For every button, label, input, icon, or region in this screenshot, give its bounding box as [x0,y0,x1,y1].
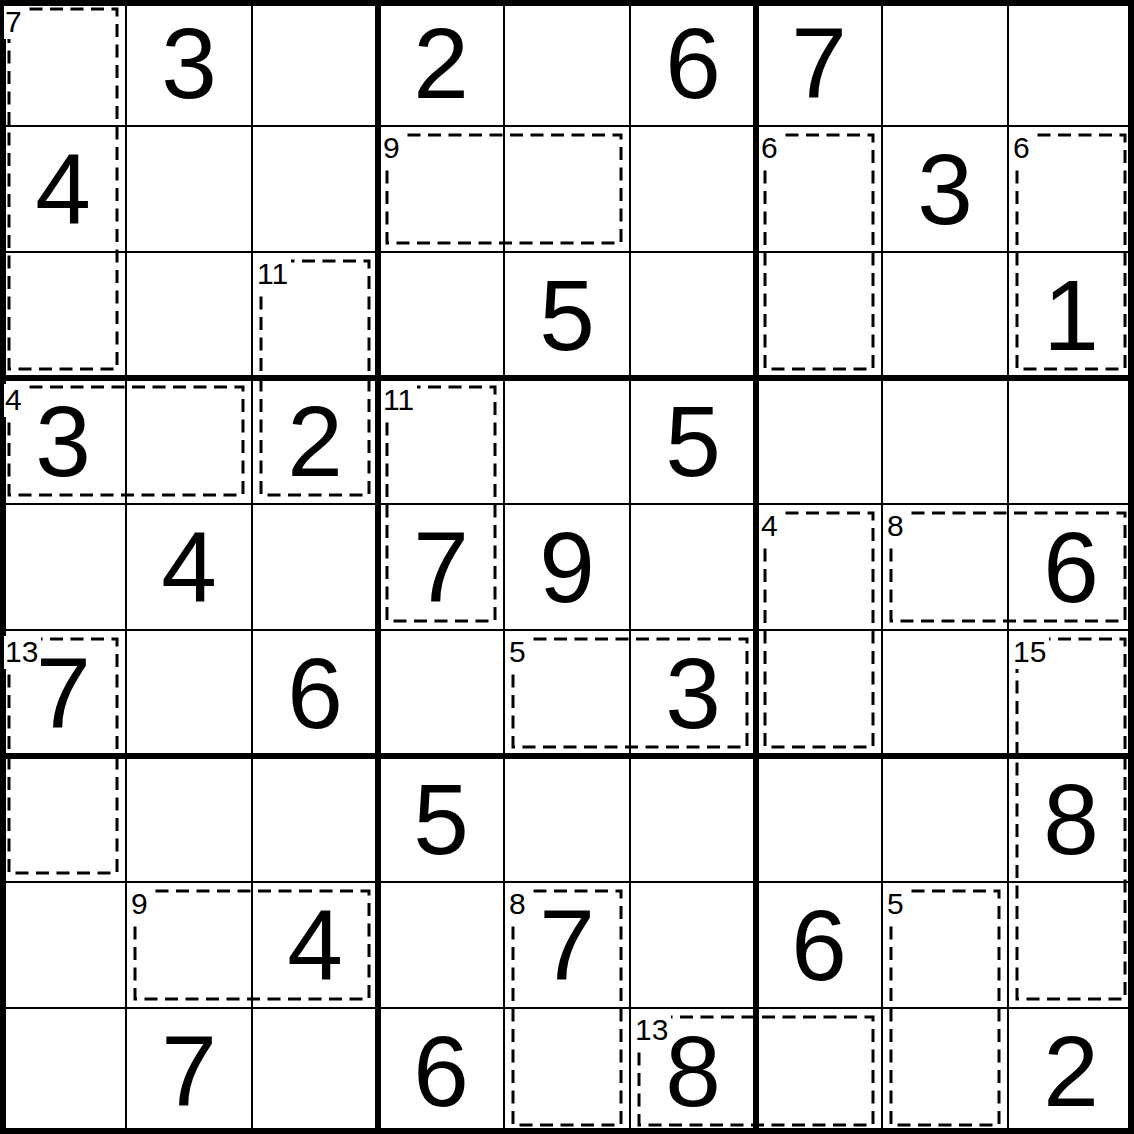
cell-r1c6[interactable]: 6 [630,0,756,126]
cage-sum-label: 7 [4,6,25,39]
cell-r3c2[interactable] [126,252,252,378]
cell-r2c3[interactable] [252,126,378,252]
cell-r6c3[interactable]: 6 [252,630,378,756]
cell-r4c7[interactable] [756,378,882,504]
cell-r3c8[interactable] [882,252,1008,378]
cell-r4c5[interactable] [504,378,630,504]
given-digit: 9 [539,517,595,617]
cell-r6c4[interactable] [378,630,504,756]
cell-r5c2[interactable]: 4 [126,504,252,630]
given-digit: 5 [539,265,595,365]
cell-r9c4[interactable]: 6 [378,1008,504,1134]
cell-r8c4[interactable] [378,882,504,1008]
given-digit: 4 [35,139,91,239]
cage-sum-label: 11 [382,384,417,417]
cell-r7c2[interactable] [126,756,252,882]
cell-r6c8[interactable] [882,630,1008,756]
cage-sum-label: 6 [760,132,781,165]
cage-sum-label: 9 [382,132,403,165]
cell-r9c5[interactable] [504,1008,630,1134]
cell-r9c7[interactable] [756,1008,882,1134]
given-digit: 6 [287,643,343,743]
given-digit: 3 [35,391,91,491]
cage-sum-label: 11 [256,258,291,291]
cell-r7c1[interactable] [0,756,126,882]
cell-r5c9[interactable]: 6 [1008,504,1134,630]
cell-r2c1[interactable]: 4 [0,126,126,252]
cell-r7c4[interactable]: 5 [378,756,504,882]
given-digit: 4 [161,517,217,617]
given-digit: 2 [287,391,343,491]
cell-r4c6[interactable]: 5 [630,378,756,504]
cell-r6c2[interactable] [126,630,252,756]
given-digit: 7 [35,643,91,743]
given-digit: 8 [1043,769,1099,869]
killer-sudoku-board: 326743513254796763584767682 796611411481… [0,0,1134,1134]
cell-r2c6[interactable] [630,126,756,252]
cell-r7c6[interactable] [630,756,756,882]
cell-r3c4[interactable] [378,252,504,378]
given-digit: 7 [413,517,469,617]
cell-r5c4[interactable]: 7 [378,504,504,630]
cell-r3c7[interactable] [756,252,882,378]
cell-r2c8[interactable]: 3 [882,126,1008,252]
cell-r1c5[interactable] [504,0,630,126]
cell-r1c3[interactable] [252,0,378,126]
cell-r2c5[interactable] [504,126,630,252]
cell-r7c3[interactable] [252,756,378,882]
cell-r8c7[interactable]: 6 [756,882,882,1008]
given-digit: 2 [413,13,469,113]
cell-r5c1[interactable] [0,504,126,630]
given-digit: 1 [1043,265,1099,365]
given-digit: 3 [917,139,973,239]
cell-r3c1[interactable] [0,252,126,378]
given-digit: 6 [413,1021,469,1121]
cell-r5c6[interactable] [630,504,756,630]
cell-r7c7[interactable] [756,756,882,882]
cell-r3c9[interactable]: 1 [1008,252,1134,378]
cell-r7c9[interactable]: 8 [1008,756,1134,882]
cell-r9c1[interactable] [0,1008,126,1134]
cell-r9c8[interactable] [882,1008,1008,1134]
cell-r8c3[interactable]: 4 [252,882,378,1008]
cell-r6c7[interactable] [756,630,882,756]
cell-r4c8[interactable] [882,378,1008,504]
given-digit: 6 [1043,517,1099,617]
given-digit: 7 [791,13,847,113]
cell-r9c3[interactable] [252,1008,378,1134]
cell-r5c3[interactable] [252,504,378,630]
given-digit: 5 [413,769,469,869]
cage-sum-label: 9 [130,888,151,921]
cage-sum-label: 8 [886,510,907,543]
cell-r6c6[interactable]: 3 [630,630,756,756]
given-digit: 2 [1043,1021,1099,1121]
given-digit: 3 [161,13,217,113]
cage-sum-label: 5 [886,888,907,921]
cell-r4c9[interactable] [1008,378,1134,504]
cage-sum-label: 8 [508,888,529,921]
cage-sum-label: 6 [1012,132,1033,165]
cell-r8c6[interactable] [630,882,756,1008]
cell-r9c9[interactable]: 2 [1008,1008,1134,1134]
cell-r1c9[interactable] [1008,0,1134,126]
cell-r9c2[interactable]: 7 [126,1008,252,1134]
cell-r1c2[interactable]: 3 [126,0,252,126]
sudoku-grid: 326743513254796763584767682 [0,0,1134,1134]
given-digit: 6 [665,13,721,113]
cell-r1c8[interactable] [882,0,1008,126]
cell-r5c5[interactable]: 9 [504,504,630,630]
cage-sum-label: 13 [634,1014,671,1047]
cage-sum-label: 4 [760,510,781,543]
cell-r3c6[interactable] [630,252,756,378]
given-digit: 3 [665,643,721,743]
cage-sum-label: 13 [4,636,41,669]
given-digit: 7 [539,895,595,995]
given-digit: 5 [665,391,721,491]
cell-r1c7[interactable]: 7 [756,0,882,126]
given-digit: 4 [287,895,343,995]
cell-r2c2[interactable] [126,126,252,252]
cage-sum-label: 15 [1012,636,1049,669]
given-digit: 7 [161,1021,217,1121]
cell-r3c5[interactable]: 5 [504,252,630,378]
cell-r8c1[interactable] [0,882,126,1008]
cell-r1c4[interactable]: 2 [378,0,504,126]
cell-r7c5[interactable] [504,756,630,882]
cage-sum-label: 5 [508,636,529,669]
given-digit: 8 [665,1021,721,1121]
cell-r7c8[interactable] [882,756,1008,882]
cell-r8c9[interactable] [1008,882,1134,1008]
given-digit: 6 [791,895,847,995]
cell-r4c2[interactable] [126,378,252,504]
cell-r4c3[interactable]: 2 [252,378,378,504]
cage-sum-label: 4 [4,384,25,417]
